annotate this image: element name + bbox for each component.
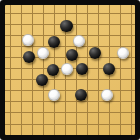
grid-line-vertical (10, 5, 11, 135)
grid-line-vertical (32, 5, 33, 135)
black-stone (47, 64, 59, 76)
grid-line-vertical (98, 5, 99, 135)
black-stone (75, 89, 87, 101)
grid-line-horizontal (5, 79, 135, 80)
black-stone (89, 47, 101, 59)
grid-line-horizontal (5, 101, 135, 102)
grid-line-vertical (120, 5, 121, 135)
black-stone (60, 20, 72, 32)
white-stone (48, 89, 60, 101)
grid-line-vertical (21, 5, 22, 135)
grid-line-horizontal (5, 13, 135, 14)
board-frame (0, 0, 140, 140)
grid-line-horizontal (5, 112, 135, 113)
black-stone (76, 63, 88, 75)
white-stone (61, 63, 73, 75)
goban-board[interactable] (5, 5, 135, 135)
white-stone (101, 89, 113, 101)
white-stone (117, 47, 129, 59)
grid-line-horizontal (5, 46, 135, 47)
black-stone (103, 63, 115, 75)
black-stone (48, 36, 60, 48)
grid-line-vertical (131, 5, 132, 135)
black-stone (36, 74, 48, 86)
black-stone (66, 49, 78, 61)
grid-line-vertical (43, 5, 44, 135)
white-stone (73, 35, 85, 47)
white-stone (22, 34, 34, 46)
white-stone (37, 47, 49, 59)
grid-line-horizontal (5, 90, 135, 91)
black-stone (23, 51, 35, 63)
grid-line-horizontal (5, 124, 135, 125)
